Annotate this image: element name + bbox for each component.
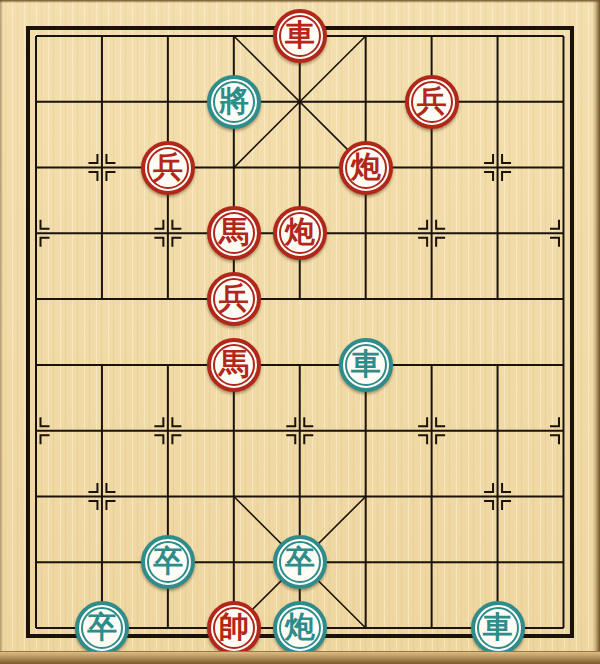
- piece-glyph: 兵: [219, 283, 249, 313]
- piece-glyph: 兵: [417, 86, 447, 116]
- piece-glyph: 炮: [285, 217, 315, 247]
- piece-glyph: 炮: [285, 612, 315, 642]
- piece-glyph: 車: [285, 20, 315, 50]
- piece-red-soldier[interactable]: 兵: [141, 141, 195, 195]
- piece-red-chariot[interactable]: 車: [273, 9, 327, 63]
- piece-black-general[interactable]: 將: [207, 75, 261, 129]
- piece-black-soldier[interactable]: 卒: [273, 535, 327, 589]
- pieces-layer: 車將兵兵炮馬炮兵馬車卒卒卒帥炮車: [0, 0, 600, 664]
- xiangqi-board[interactable]: 車將兵兵炮馬炮兵馬車卒卒卒帥炮車: [0, 0, 600, 664]
- piece-glyph: 帥: [219, 612, 249, 642]
- piece-glyph: 兵: [153, 152, 183, 182]
- piece-black-chariot[interactable]: 車: [339, 338, 393, 392]
- piece-glyph: 卒: [87, 612, 117, 642]
- piece-black-cannon[interactable]: 炮: [273, 601, 327, 655]
- piece-red-cannon[interactable]: 炮: [273, 206, 327, 260]
- piece-glyph: 炮: [351, 152, 381, 182]
- piece-red-soldier[interactable]: 兵: [405, 75, 459, 129]
- piece-glyph: 卒: [285, 546, 315, 576]
- piece-black-soldier[interactable]: 卒: [75, 601, 129, 655]
- piece-red-horse[interactable]: 馬: [207, 206, 261, 260]
- piece-red-horse[interactable]: 馬: [207, 338, 261, 392]
- piece-red-general[interactable]: 帥: [207, 601, 261, 655]
- piece-glyph: 卒: [153, 546, 183, 576]
- piece-red-cannon[interactable]: 炮: [339, 141, 393, 195]
- piece-glyph: 車: [351, 349, 381, 379]
- piece-red-soldier[interactable]: 兵: [207, 272, 261, 326]
- piece-black-chariot[interactable]: 車: [471, 601, 525, 655]
- piece-glyph: 車: [483, 612, 513, 642]
- piece-black-soldier[interactable]: 卒: [141, 535, 195, 589]
- piece-glyph: 將: [219, 86, 249, 116]
- piece-glyph: 馬: [219, 217, 249, 247]
- piece-glyph: 馬: [219, 349, 249, 379]
